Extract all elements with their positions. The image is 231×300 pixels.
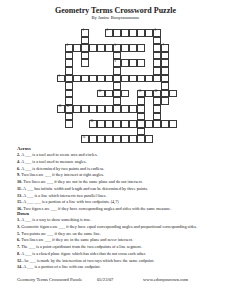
grid-cell[interactable] xyxy=(161,59,169,67)
grid-cell[interactable]: 7 xyxy=(161,44,169,52)
clue-item: 6. Two lines are ___ if they are in the … xyxy=(17,237,209,243)
grid-cell[interactable] xyxy=(113,135,121,143)
clue-text: A ___ is determined by two points and is… xyxy=(21,166,104,171)
across-clues-section: Across 2. A ___ is a tool used to create… xyxy=(17,146,209,213)
grid-cell[interactable] xyxy=(137,135,145,143)
grid-cell[interactable] xyxy=(113,90,121,98)
cell-number: 6 xyxy=(114,61,115,64)
grid-cell[interactable] xyxy=(89,135,97,143)
clue-item: 15. A ___ ___ is a portion of a line wit… xyxy=(17,199,209,205)
grid-cell[interactable] xyxy=(145,135,153,143)
grid-cell[interactable] xyxy=(137,128,145,136)
grid-cell[interactable] xyxy=(129,105,137,113)
grid-cell[interactable] xyxy=(73,75,81,83)
grid-cell[interactable] xyxy=(153,113,161,121)
grid-cell[interactable] xyxy=(73,105,81,113)
footer-title: Geometry Terms Crossword Puzzle xyxy=(17,277,82,282)
clue-text: A ___ has infinite width and length and … xyxy=(23,186,148,191)
grid-cell[interactable] xyxy=(169,120,177,128)
grid-cell[interactable] xyxy=(129,44,137,52)
clue-item: 2. A ___ is a tool used to create arcs a… xyxy=(17,152,209,158)
grid-cell[interactable] xyxy=(89,75,97,83)
grid-cell[interactable] xyxy=(65,82,73,90)
grid-cell[interactable] xyxy=(129,135,137,143)
grid-cell[interactable] xyxy=(113,97,121,105)
grid-cell[interactable] xyxy=(137,29,145,37)
grid-cell[interactable]: 5 xyxy=(113,44,121,52)
grid-cell[interactable] xyxy=(145,90,153,98)
grid-cell[interactable]: 4 xyxy=(65,44,73,52)
grid-cell[interactable] xyxy=(65,52,73,60)
grid-cell[interactable] xyxy=(65,59,73,67)
cell-number: 10 xyxy=(98,91,101,94)
clue-text: An ___ is made by the intersection of tw… xyxy=(23,258,154,263)
grid-cell[interactable]: 11 xyxy=(137,90,145,98)
cell-number: 12 xyxy=(154,91,157,94)
clue-text: The ___ is a point equidistant from the … xyxy=(21,244,142,249)
grid-cell[interactable] xyxy=(113,75,121,83)
cell-number: 16 xyxy=(82,137,85,140)
across-clue-list: 2. A ___ is a tool used to create arcs a… xyxy=(17,152,209,212)
worksheet-page: Geometry Terms Crossword Puzzle By Janin… xyxy=(0,0,231,300)
cell-number: 13 xyxy=(58,106,61,109)
grid-cell[interactable] xyxy=(161,75,169,83)
grid-cell[interactable] xyxy=(129,29,137,37)
grid-cell[interactable] xyxy=(121,90,129,98)
grid-cell[interactable] xyxy=(81,59,89,67)
grid-cell[interactable] xyxy=(121,44,129,52)
grid-cell[interactable]: 2 xyxy=(105,29,113,37)
clue-text: A ___ is a tool used to measure angles. xyxy=(21,159,86,164)
clue-text: Geometric figures are ___ if they have e… xyxy=(21,224,197,229)
page-title: Geometry Terms Crossword Puzzle xyxy=(0,6,231,15)
grid-cell[interactable] xyxy=(105,120,113,128)
cell-number: 15 xyxy=(90,121,93,124)
clue-text: A ___ is a tool used to create arcs and … xyxy=(21,152,97,157)
grid-cell[interactable] xyxy=(121,105,129,113)
grid-cell[interactable]: 9 xyxy=(57,75,65,83)
grid-cell[interactable] xyxy=(105,90,113,98)
cell-number: 3 xyxy=(154,30,155,33)
clue-item: 11. A ___ has infinite width and length … xyxy=(17,186,209,192)
grid-cell[interactable] xyxy=(137,113,145,121)
grid-cell[interactable] xyxy=(113,120,121,128)
grid-cell[interactable] xyxy=(137,105,145,113)
grid-cell[interactable]: 14 xyxy=(65,105,73,113)
grid-cell[interactable] xyxy=(153,44,161,52)
clue-text: Two lines are ___ if they intersect at r… xyxy=(21,172,104,177)
grid-cell[interactable] xyxy=(137,75,145,83)
grid-cell[interactable] xyxy=(65,120,73,128)
grid-cell[interactable] xyxy=(97,120,105,128)
grid-cell[interactable]: 10 xyxy=(97,90,105,98)
grid-cell[interactable] xyxy=(65,67,73,75)
grid-cell[interactable]: 15 xyxy=(89,120,97,128)
grid-cell[interactable] xyxy=(65,90,73,98)
grid-cell[interactable] xyxy=(121,29,129,37)
crossword-grid: 1234576910111213141516 xyxy=(57,29,178,144)
grid-cell[interactable] xyxy=(81,75,89,83)
clue-item: 12. An ___ is made by the intersection o… xyxy=(17,258,209,264)
grid-cell[interactable]: 12 xyxy=(153,90,161,98)
grid-cell[interactable] xyxy=(65,97,73,105)
grid-cell[interactable] xyxy=(153,67,161,75)
grid-cell[interactable] xyxy=(121,120,129,128)
grid-cell[interactable] xyxy=(113,67,121,75)
grid-cell[interactable] xyxy=(113,29,121,37)
grid-cell[interactable] xyxy=(153,97,161,105)
clue-text: Two lines are ___ if they are in the sam… xyxy=(21,237,133,242)
clue-item: 8. A ___ is a closed plane figure which … xyxy=(17,251,209,257)
grid-cell[interactable] xyxy=(161,82,169,90)
grid-cell[interactable] xyxy=(161,97,169,105)
grid-cell[interactable] xyxy=(145,75,153,83)
footer-date: 05/23/07 xyxy=(97,277,113,282)
grid-cell[interactable] xyxy=(129,120,137,128)
grid-cell[interactable] xyxy=(161,52,169,60)
cell-number: 2 xyxy=(106,30,107,33)
clue-item: 14. A ___ is a portion of a line with on… xyxy=(17,264,209,270)
clue-text: A ___ is a way to show something is true… xyxy=(21,217,91,222)
clue-text: A ___ ___ is a portion of a line with tw… xyxy=(23,199,118,204)
cell-number: 1 xyxy=(82,30,83,33)
grid-cell[interactable] xyxy=(161,120,169,128)
clue-item: 5. Two points are ___ if they are on the… xyxy=(17,231,209,237)
grid-cell[interactable] xyxy=(145,120,153,128)
grid-cell[interactable] xyxy=(121,135,129,143)
clue-text: A ___ is a portion of a line with one en… xyxy=(23,264,100,269)
grid-cell[interactable] xyxy=(153,37,161,45)
grid-cell[interactable] xyxy=(105,44,113,52)
clue-item: 7. The ___ is a point equidistant from t… xyxy=(17,244,209,250)
footer-site-url: www.edonyourown.com xyxy=(143,277,188,282)
clue-item: 6. A ___ is determined by two points and… xyxy=(17,166,209,172)
grid-cell[interactable] xyxy=(121,59,129,67)
grid-cell[interactable] xyxy=(97,44,105,52)
grid-cell[interactable] xyxy=(161,67,169,75)
cell-number: 14 xyxy=(66,106,69,109)
grid-cell[interactable] xyxy=(81,37,89,45)
grid-cell[interactable] xyxy=(137,97,145,105)
down-clue-list: 1. A ___ is a way to show something is t… xyxy=(17,217,209,270)
grid-cell[interactable]: 6 xyxy=(113,59,121,67)
across-heading: Across xyxy=(17,146,209,151)
cell-number: 9 xyxy=(58,76,59,79)
clue-item: 4. A ___ is a tool used to measure angle… xyxy=(17,159,209,165)
clue-item: 1. A ___ is a way to show something is t… xyxy=(17,217,209,223)
grid-cell[interactable] xyxy=(153,59,161,67)
grid-cell[interactable]: 13 xyxy=(57,105,65,113)
grid-cell[interactable] xyxy=(105,75,113,83)
grid-cell[interactable] xyxy=(169,90,177,98)
cell-number: 11 xyxy=(138,91,141,94)
grid-cell[interactable] xyxy=(105,105,113,113)
grid-cell[interactable] xyxy=(153,75,161,83)
grid-cell[interactable] xyxy=(89,44,97,52)
grid-cell[interactable] xyxy=(137,59,145,67)
cell-number: 5 xyxy=(114,45,115,48)
clue-item: 13. A ___ is a line which intersects two… xyxy=(17,193,209,199)
grid-cell[interactable] xyxy=(121,75,129,83)
grid-cell[interactable] xyxy=(129,59,137,67)
clue-text: A ___ is a line which intersects two par… xyxy=(23,193,106,198)
grid-cell[interactable] xyxy=(97,105,105,113)
grid-cell[interactable] xyxy=(113,52,121,60)
grid-cell[interactable] xyxy=(97,135,105,143)
grid-cell[interactable] xyxy=(97,75,105,83)
grid-cell[interactable] xyxy=(129,75,137,83)
clue-text: Two lines are ___ if they are not in the… xyxy=(23,179,142,184)
grid-cell[interactable] xyxy=(137,120,145,128)
grid-cell[interactable] xyxy=(105,135,113,143)
grid-cell[interactable] xyxy=(73,44,81,52)
cell-number: 7 xyxy=(162,45,163,48)
grid-cell[interactable] xyxy=(113,82,121,90)
grid-cell[interactable] xyxy=(81,105,89,113)
grid-cell[interactable] xyxy=(161,90,169,98)
grid-cell[interactable] xyxy=(145,29,153,37)
grid-cell[interactable] xyxy=(89,105,97,113)
grid-cell[interactable] xyxy=(153,105,161,113)
grid-cell[interactable]: 16 xyxy=(81,135,89,143)
page-byline: By Janine Bouyssounouse xyxy=(0,15,231,20)
clue-item: 10. Two lines are ___ if they are not in… xyxy=(17,179,209,185)
grid-cell[interactable] xyxy=(65,75,73,83)
grid-cell[interactable] xyxy=(81,52,89,60)
grid-cell[interactable]: 1 xyxy=(81,29,89,37)
clue-text: Two points are ___ if they are on the sa… xyxy=(21,231,101,236)
clue-item: 3. Geometric figures are ___ if they hav… xyxy=(17,224,209,230)
down-clues-section: Down 1. A ___ is a way to show something… xyxy=(17,211,209,271)
clue-text: A ___ is a closed plane figure which has… xyxy=(21,251,146,256)
clue-item: 9. Two lines are ___ if they intersect a… xyxy=(17,172,209,178)
grid-cell[interactable] xyxy=(81,44,89,52)
grid-cell[interactable] xyxy=(65,113,73,121)
grid-cell[interactable]: 3 xyxy=(153,29,161,37)
cell-number: 4 xyxy=(66,45,67,48)
grid-cell[interactable] xyxy=(137,44,145,52)
down-heading: Down xyxy=(17,211,209,216)
grid-cell[interactable] xyxy=(113,105,121,113)
grid-cell[interactable] xyxy=(153,120,161,128)
grid-cell[interactable] xyxy=(153,52,161,60)
